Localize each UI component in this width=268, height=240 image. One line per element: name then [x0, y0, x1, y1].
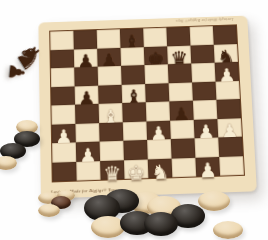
light-pawn: ♟ — [199, 162, 218, 178]
checker-cream — [38, 204, 60, 217]
square-f6 — [168, 63, 192, 82]
square-e7: ♚ — [144, 46, 168, 65]
chess-board: ♝♟♟♚♛♞♟♟♝♝♟♟♟♟♟♟♛♚♞♟ Lovingly Made for B… — [38, 16, 256, 199]
square-g5 — [192, 81, 216, 100]
square-c7: ♟ — [97, 47, 121, 66]
square-g6 — [191, 63, 215, 82]
square-b2: ♟ — [76, 142, 100, 162]
square-h1 — [219, 156, 244, 176]
square-g3: ♟ — [194, 119, 219, 139]
square-e8 — [143, 28, 167, 47]
checker-black — [0, 143, 26, 159]
square-e4 — [146, 101, 170, 121]
checker-black — [84, 195, 120, 221]
square-b8 — [73, 30, 97, 49]
brand-text-bottom: Lovingly Made for Bigjigs® Toys — [51, 187, 117, 194]
square-b5: ♟ — [75, 85, 99, 104]
checker-black — [120, 211, 154, 235]
checker-black — [14, 131, 40, 147]
square-g2 — [195, 137, 220, 157]
square-g1: ♟ — [195, 157, 220, 177]
square-c1: ♛ — [100, 160, 124, 180]
square-a5 — [51, 86, 75, 105]
square-b7: ♟ — [74, 48, 98, 67]
playing-area: ♝♟♟♚♛♞♟♟♝♝♟♟♟♟♟♟♛♚♞♟ — [49, 24, 245, 182]
checker-cream — [0, 156, 17, 170]
square-h8 — [213, 25, 237, 44]
square-d4 — [122, 102, 146, 122]
square-e2 — [147, 139, 171, 159]
toppled-dark-pawn: ♟ — [6, 62, 28, 82]
square-e3: ♟ — [146, 120, 170, 140]
brand-text-top: Lovingly Made for Bigjigs® Toys — [176, 17, 234, 24]
square-e6 — [144, 64, 168, 83]
square-f5 — [169, 82, 193, 101]
square-d7 — [120, 47, 144, 66]
square-c5 — [98, 84, 122, 103]
square-f8 — [166, 27, 190, 46]
square-h4 — [216, 99, 241, 119]
square-b6 — [74, 67, 98, 86]
square-c8 — [97, 29, 121, 48]
square-h6: ♟ — [215, 62, 239, 81]
square-d5: ♝ — [122, 84, 146, 103]
square-f3 — [170, 119, 194, 139]
checker-black — [144, 212, 178, 236]
square-d1: ♚ — [124, 159, 149, 179]
square-h3: ♟ — [217, 118, 242, 138]
checker-cream — [198, 191, 230, 211]
square-g8 — [190, 26, 214, 45]
square-b4 — [75, 104, 99, 124]
square-a8 — [50, 31, 74, 50]
square-d8: ♝ — [120, 28, 144, 47]
square-g7 — [190, 44, 214, 63]
square-b3 — [75, 123, 99, 143]
square-a7 — [50, 49, 74, 68]
light-king: ♚ — [127, 164, 145, 180]
square-a2 — [52, 142, 76, 162]
square-c6 — [98, 66, 122, 85]
checker-black — [171, 204, 205, 228]
square-f4: ♟ — [169, 101, 193, 121]
checker-cream — [213, 221, 243, 239]
square-g4 — [193, 100, 217, 120]
checker-cream — [147, 196, 181, 218]
square-d3 — [123, 121, 147, 141]
checker-cream — [16, 120, 38, 134]
square-d6 — [121, 65, 145, 84]
square-h5 — [216, 80, 240, 99]
square-a4 — [51, 105, 75, 125]
square-e5 — [145, 83, 169, 102]
light-knight: ♞ — [151, 164, 169, 180]
square-a6 — [51, 67, 75, 86]
checker-cream — [91, 216, 125, 238]
square-b1 — [76, 161, 100, 181]
square-e1: ♞ — [148, 158, 173, 178]
square-f1 — [172, 157, 197, 177]
product-photo-scene: ♝♟♟♚♛♞♟♟♝♝♟♟♟♟♟♟♛♚♞♟ Lovingly Made for B… — [0, 0, 268, 240]
square-c4: ♝ — [99, 103, 123, 123]
square-d2 — [123, 140, 147, 160]
square-c2 — [100, 141, 124, 161]
square-f2 — [171, 138, 196, 158]
square-a1 — [52, 161, 76, 181]
light-queen: ♛ — [103, 165, 121, 181]
square-a3: ♟ — [52, 123, 76, 143]
square-f7: ♛ — [167, 45, 191, 64]
square-h7: ♞ — [214, 44, 238, 63]
square-h2 — [218, 137, 243, 157]
square-c3 — [99, 122, 123, 142]
